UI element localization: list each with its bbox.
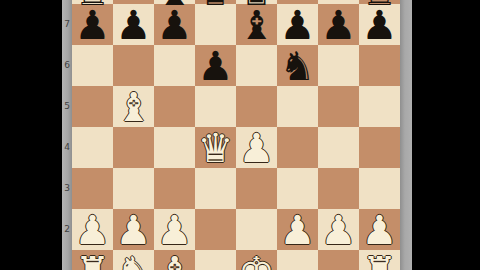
square-b6[interactable] [113,45,154,86]
square-f4[interactable] [277,127,318,168]
square-a6[interactable] [72,45,113,86]
square-c2[interactable]: ♟ [154,209,195,250]
square-h6[interactable] [359,45,400,86]
square-f1[interactable] [277,250,318,270]
square-b2[interactable]: ♟ [113,209,154,250]
square-b1[interactable]: ♞ [113,250,154,270]
white-pawn-piece[interactable]: ♟ [239,128,275,168]
square-d5[interactable] [195,86,236,127]
square-g2[interactable]: ♟ [318,209,359,250]
square-a3[interactable] [72,168,113,209]
black-rook-piece[interactable]: ♜ [362,0,398,11]
square-a8[interactable]: ♜ [72,0,113,4]
square-f6[interactable]: ♞ [277,45,318,86]
board-right-edge-strip [400,0,412,270]
square-e2[interactable] [236,209,277,250]
square-h2[interactable]: ♟ [359,209,400,250]
square-f5[interactable] [277,86,318,127]
square-e5[interactable] [236,86,277,127]
rank-label-3: 3 [62,183,72,193]
square-d3[interactable] [195,168,236,209]
square-b7[interactable]: ♟ [113,4,154,45]
black-knight-piece[interactable]: ♞ [280,46,316,86]
square-h3[interactable] [359,168,400,209]
rank-label-2: 2 [62,224,72,234]
square-c3[interactable] [154,168,195,209]
rank-label-5: 5 [62,101,72,111]
white-rook-piece[interactable]: ♜ [362,251,398,270]
letterbox-right [412,0,480,270]
square-h8[interactable]: ♜ [359,0,400,4]
white-rook-piece[interactable]: ♜ [75,251,111,270]
square-g6[interactable] [318,45,359,86]
black-rook-piece[interactable]: ♜ [75,0,111,11]
rank-label-7: 7 [62,19,72,29]
rank-label-6: 6 [62,60,72,70]
square-d8[interactable]: ♛ [195,0,236,4]
black-bishop-piece[interactable]: ♝ [157,0,193,11]
letterbox-left [0,0,62,270]
square-h4[interactable] [359,127,400,168]
square-e1[interactable]: ♚ [236,250,277,270]
white-pawn-piece[interactable]: ♟ [280,210,316,250]
white-queen-piece[interactable]: ♛ [198,128,234,168]
white-king-piece[interactable]: ♚ [239,251,275,270]
square-b5[interactable]: ♝ [113,86,154,127]
white-pawn-piece[interactable]: ♟ [116,210,152,250]
square-d4[interactable]: ♛ [195,127,236,168]
rank-label-4: 4 [62,142,72,152]
square-h5[interactable] [359,86,400,127]
black-pawn-piece[interactable]: ♟ [280,5,316,45]
rank-label-strip: 765432 [62,0,72,270]
square-c1[interactable]: ♝ [154,250,195,270]
square-b3[interactable] [113,168,154,209]
black-queen-piece[interactable]: ♛ [198,0,234,11]
square-g1[interactable] [318,250,359,270]
white-bishop-piece[interactable]: ♝ [157,251,193,270]
square-a5[interactable] [72,86,113,127]
square-c5[interactable] [154,86,195,127]
square-f3[interactable] [277,168,318,209]
chess-board: ♜♝♛♚♜♟♟♟♝♟♟♟♟♞♝♛♟♟♟♟♟♟♟♜♞♝♚♜ [72,0,400,270]
square-f7[interactable]: ♟ [277,4,318,45]
square-e8[interactable]: ♚ [236,0,277,4]
square-e3[interactable] [236,168,277,209]
square-c8[interactable]: ♝ [154,0,195,4]
square-c6[interactable] [154,45,195,86]
square-b4[interactable] [113,127,154,168]
square-f2[interactable]: ♟ [277,209,318,250]
black-pawn-piece[interactable]: ♟ [116,5,152,45]
square-h1[interactable]: ♜ [359,250,400,270]
square-a1[interactable]: ♜ [72,250,113,270]
square-c4[interactable] [154,127,195,168]
square-a4[interactable] [72,127,113,168]
square-g4[interactable] [318,127,359,168]
square-d1[interactable] [195,250,236,270]
square-e4[interactable]: ♟ [236,127,277,168]
white-knight-piece[interactable]: ♞ [116,251,152,270]
white-pawn-piece[interactable]: ♟ [321,210,357,250]
square-e6[interactable] [236,45,277,86]
black-pawn-piece[interactable]: ♟ [198,46,234,86]
chess-board-viewport: ♜♝♛♚♜♟♟♟♝♟♟♟♟♞♝♛♟♟♟♟♟♟♟♜♞♝♚♜ [72,0,400,270]
white-pawn-piece[interactable]: ♟ [75,210,111,250]
square-g7[interactable]: ♟ [318,4,359,45]
white-pawn-piece[interactable]: ♟ [157,210,193,250]
square-d6[interactable]: ♟ [195,45,236,86]
black-pawn-piece[interactable]: ♟ [321,5,357,45]
white-pawn-piece[interactable]: ♟ [362,210,398,250]
square-g3[interactable] [318,168,359,209]
square-a2[interactable]: ♟ [72,209,113,250]
square-g5[interactable] [318,86,359,127]
black-king-piece[interactable]: ♚ [239,0,275,11]
square-d2[interactable] [195,209,236,250]
white-bishop-piece[interactable]: ♝ [116,87,152,127]
